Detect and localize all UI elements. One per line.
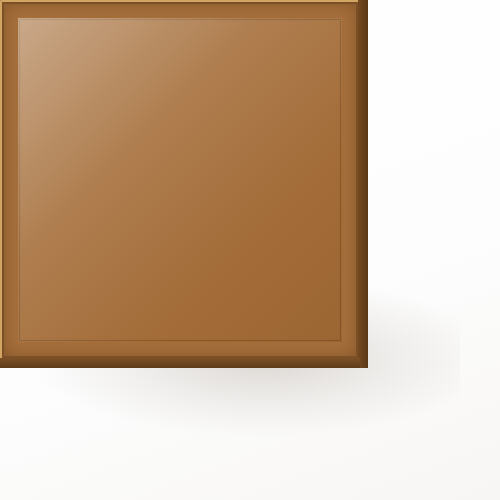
scene <box>0 0 500 500</box>
board-grid <box>20 20 340 340</box>
chess-board <box>0 0 360 360</box>
